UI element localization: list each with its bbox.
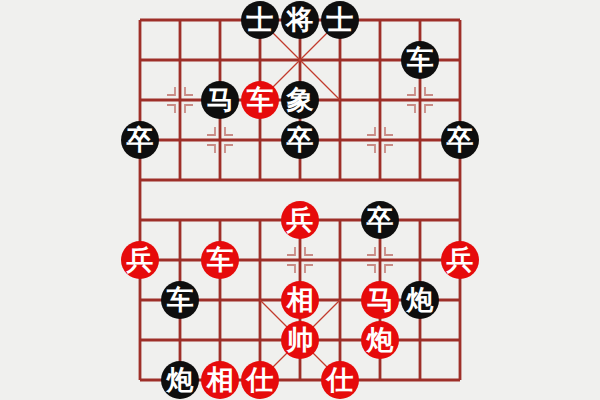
piece-black-advisor[interactable]: 士 (320, 0, 360, 40)
piece-glyph-仕: 仕 (321, 361, 359, 399)
piece-glyph-士: 士 (241, 1, 279, 39)
piece-glyph-炮: 炮 (401, 281, 439, 319)
piece-glyph-卒: 卒 (281, 121, 319, 159)
pieces-layer: 士将士车马车象卒卒卒兵卒兵车兵车相马炮帅炮炮相仕仕 (120, 0, 480, 400)
piece-black-horse[interactable]: 马 (200, 80, 240, 120)
piece-black-soldier[interactable]: 卒 (440, 120, 480, 160)
piece-red-chariot[interactable]: 车 (240, 80, 280, 120)
piece-glyph-炮: 炮 (161, 361, 199, 399)
piece-glyph-兵: 兵 (441, 241, 479, 279)
piece-glyph-卒: 卒 (441, 121, 479, 159)
piece-glyph-帅: 帅 (281, 321, 319, 359)
piece-black-cannon[interactable]: 炮 (160, 360, 200, 400)
piece-glyph-车: 车 (161, 281, 199, 319)
piece-glyph-马: 马 (201, 81, 239, 119)
piece-red-chariot[interactable]: 车 (200, 240, 240, 280)
piece-red-soldier[interactable]: 兵 (440, 240, 480, 280)
piece-red-advisor[interactable]: 仕 (320, 360, 360, 400)
piece-black-chariot[interactable]: 车 (400, 40, 440, 80)
piece-glyph-兵: 兵 (281, 201, 319, 239)
piece-black-advisor[interactable]: 士 (240, 0, 280, 40)
piece-glyph-仕: 仕 (241, 361, 279, 399)
piece-black-soldier[interactable]: 卒 (120, 120, 160, 160)
piece-glyph-将: 将 (281, 1, 319, 39)
piece-black-general[interactable]: 将 (280, 0, 320, 40)
piece-red-horse[interactable]: 马 (360, 280, 400, 320)
piece-glyph-卒: 卒 (361, 201, 399, 239)
piece-glyph-相: 相 (281, 281, 319, 319)
piece-red-advisor[interactable]: 仕 (240, 360, 280, 400)
piece-glyph-象: 象 (281, 81, 319, 119)
xiangqi-board: 士将士车马车象卒卒卒兵卒兵车兵车相马炮帅炮炮相仕仕 (0, 0, 600, 400)
piece-red-elephant[interactable]: 相 (200, 360, 240, 400)
piece-black-cannon[interactable]: 炮 (400, 280, 440, 320)
piece-glyph-车: 车 (401, 41, 439, 79)
piece-glyph-士: 士 (321, 1, 359, 39)
piece-glyph-兵: 兵 (121, 241, 159, 279)
piece-red-soldier[interactable]: 兵 (280, 200, 320, 240)
piece-black-elephant[interactable]: 象 (280, 80, 320, 120)
piece-black-soldier[interactable]: 卒 (360, 200, 400, 240)
piece-glyph-车: 车 (201, 241, 239, 279)
piece-black-chariot[interactable]: 车 (160, 280, 200, 320)
piece-glyph-车: 车 (241, 81, 279, 119)
piece-black-soldier[interactable]: 卒 (280, 120, 320, 160)
piece-red-elephant[interactable]: 相 (280, 280, 320, 320)
piece-glyph-马: 马 (361, 281, 399, 319)
piece-glyph-卒: 卒 (121, 121, 159, 159)
piece-glyph-相: 相 (201, 361, 239, 399)
piece-red-cannon[interactable]: 炮 (360, 320, 400, 360)
piece-glyph-炮: 炮 (361, 321, 399, 359)
piece-red-general[interactable]: 帅 (280, 320, 320, 360)
piece-red-soldier[interactable]: 兵 (120, 240, 160, 280)
